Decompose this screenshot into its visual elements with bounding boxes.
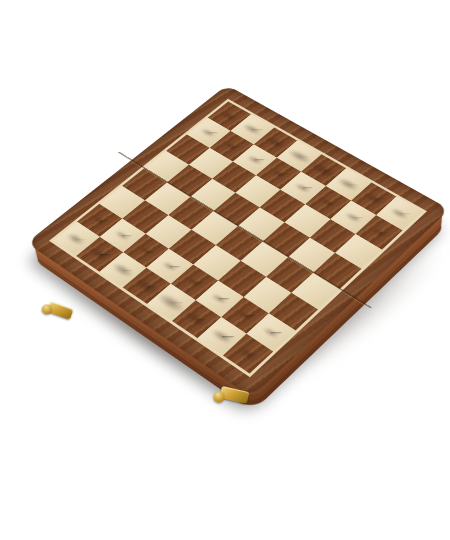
board-frame: ♜♞♝♛♚♝♞♜♟♟♟♟♟♟♟♟♟♟♟♟♟♟♟♟♜♞♝♛♚♝♞♜	[27, 85, 450, 397]
white-pawn-icon: ♟	[196, 103, 221, 137]
square-e4	[238, 207, 284, 241]
black-rook-icon: ♜	[231, 314, 264, 359]
brass-clasp-left	[39, 296, 75, 327]
white-pawn-icon: ♟	[366, 200, 393, 236]
chess-set-product-photo: ♜♞♝♛♚♝♞♜♟♟♟♟♟♟♟♟♟♟♟♟♟♟♟♟♜♞♝♛♚♝♞♜	[0, 0, 450, 540]
chess-board-box: ♜♞♝♛♚♝♞♜♟♟♟♟♟♟♟♟♟♟♟♟♟♟♟♟♜♞♝♛♚♝♞♜	[27, 85, 450, 397]
white-pawn-icon: ♟	[242, 129, 267, 164]
board-tilt-wrapper: ♜♞♝♛♚♝♞♜♟♟♟♟♟♟♟♟♟♟♟♟♟♟♟♟♜♞♝♛♚♝♞♜	[77, 65, 400, 388]
white-pawn-icon: ♟	[219, 116, 244, 150]
white-pawn-icon: ♟	[290, 157, 316, 192]
white-pawn-icon: ♟	[266, 143, 292, 178]
chess-grid: ♜♞♝♛♚♝♞♜♟♟♟♟♟♟♟♟♟♟♟♟♟♟♟♟♜♞♝♛♚♝♞♜	[53, 101, 422, 373]
playing-area: ♜♞♝♛♚♝♞♜♟♟♟♟♟♟♟♟♟♟♟♟♟♟♟♟♜♞♝♛♚♝♞♜	[49, 99, 427, 377]
white-pawn-icon: ♟	[315, 171, 341, 207]
perspective-scene: ♜♞♝♛♚♝♞♜♟♟♟♟♟♟♟♟♟♟♟♟♟♟♟♟♜♞♝♛♚♝♞♜	[77, 65, 400, 388]
white-pawn-icon: ♟	[340, 185, 366, 221]
